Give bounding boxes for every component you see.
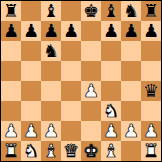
piece-black-pawn[interactable]: ♟ (143, 21, 159, 41)
piece-white-pawn[interactable]: ♟ (3, 121, 19, 141)
square-b1[interactable]: ♞ (21, 141, 41, 161)
square-d5[interactable] (61, 61, 81, 81)
square-c1[interactable]: ♝ (41, 141, 61, 161)
square-f6[interactable] (101, 41, 121, 61)
piece-black-knight[interactable]: ♞ (43, 41, 59, 61)
square-e4[interactable]: ♟ (81, 81, 101, 101)
square-d7[interactable]: ♟ (61, 21, 81, 41)
piece-black-king[interactable]: ♚ (83, 1, 99, 21)
square-h6[interactable] (141, 41, 161, 61)
piece-white-pawn[interactable]: ♟ (103, 121, 119, 141)
square-b7[interactable]: ♟ (21, 21, 41, 41)
piece-black-queen[interactable]: ♛ (143, 81, 159, 101)
square-e5[interactable] (81, 61, 101, 81)
square-e3[interactable] (81, 101, 101, 121)
square-g3[interactable] (121, 101, 141, 121)
square-c7[interactable]: ♟ (41, 21, 61, 41)
square-a4[interactable] (1, 81, 21, 101)
square-a2[interactable]: ♟ (1, 121, 21, 141)
square-f7[interactable]: ♟ (101, 21, 121, 41)
square-a5[interactable] (1, 61, 21, 81)
piece-white-pawn[interactable]: ♟ (43, 121, 59, 141)
square-h1[interactable]: ♜ (141, 141, 161, 161)
square-h2[interactable]: ♟ (141, 121, 161, 141)
square-g6[interactable] (121, 41, 141, 61)
square-c3[interactable] (41, 101, 61, 121)
square-d6[interactable] (61, 41, 81, 61)
square-f8[interactable]: ♝ (101, 1, 121, 21)
square-g4[interactable] (121, 81, 141, 101)
piece-black-pawn[interactable]: ♟ (63, 21, 79, 41)
square-f5[interactable] (101, 61, 121, 81)
square-a8[interactable]: ♜ (1, 1, 21, 21)
piece-white-pawn[interactable]: ♟ (123, 121, 139, 141)
piece-white-king[interactable]: ♚ (83, 141, 99, 161)
square-b3[interactable] (21, 101, 41, 121)
square-b5[interactable] (21, 61, 41, 81)
square-a3[interactable] (1, 101, 21, 121)
piece-white-knight[interactable]: ♞ (103, 101, 119, 121)
square-e2[interactable] (81, 121, 101, 141)
square-a1[interactable]: ♜ (1, 141, 21, 161)
square-g2[interactable]: ♟ (121, 121, 141, 141)
piece-black-pawn[interactable]: ♟ (43, 21, 59, 41)
piece-white-rook[interactable]: ♜ (3, 141, 19, 161)
square-d3[interactable] (61, 101, 81, 121)
piece-white-rook[interactable]: ♜ (143, 141, 159, 161)
piece-white-knight[interactable]: ♞ (23, 141, 39, 161)
square-g7[interactable]: ♟ (121, 21, 141, 41)
piece-black-pawn[interactable]: ♟ (103, 21, 119, 41)
square-b6[interactable] (21, 41, 41, 61)
piece-black-pawn[interactable]: ♟ (23, 21, 39, 41)
square-d1[interactable]: ♛ (61, 141, 81, 161)
square-c2[interactable]: ♟ (41, 121, 61, 141)
square-f4[interactable] (101, 81, 121, 101)
piece-black-pawn[interactable]: ♟ (123, 21, 139, 41)
square-h5[interactable] (141, 61, 161, 81)
square-e6[interactable] (81, 41, 101, 61)
piece-black-bishop[interactable]: ♝ (43, 1, 59, 21)
square-h4[interactable]: ♛ (141, 81, 161, 101)
piece-white-bishop[interactable]: ♝ (43, 141, 59, 161)
square-d2[interactable] (61, 121, 81, 141)
square-f2[interactable]: ♟ (101, 121, 121, 141)
piece-white-pawn[interactable]: ♟ (23, 121, 39, 141)
square-g1[interactable] (121, 141, 141, 161)
piece-black-bishop[interactable]: ♝ (103, 1, 119, 21)
square-g8[interactable]: ♞ (121, 1, 141, 21)
square-d8[interactable] (61, 1, 81, 21)
square-h7[interactable]: ♟ (141, 21, 161, 41)
square-a7[interactable]: ♟ (1, 21, 21, 41)
square-c6[interactable]: ♞ (41, 41, 61, 61)
piece-black-pawn[interactable]: ♟ (3, 21, 19, 41)
square-h3[interactable] (141, 101, 161, 121)
square-d4[interactable] (61, 81, 81, 101)
piece-white-pawn[interactable]: ♟ (143, 121, 159, 141)
square-c5[interactable] (41, 61, 61, 81)
square-b8[interactable] (21, 1, 41, 21)
square-f3[interactable]: ♞ (101, 101, 121, 121)
square-e8[interactable]: ♚ (81, 1, 101, 21)
square-b2[interactable]: ♟ (21, 121, 41, 141)
piece-white-bishop[interactable]: ♝ (103, 141, 119, 161)
square-h8[interactable]: ♜ (141, 1, 161, 21)
piece-black-knight[interactable]: ♞ (123, 1, 139, 21)
piece-white-queen[interactable]: ♛ (63, 141, 79, 161)
piece-white-pawn[interactable]: ♟ (83, 81, 99, 101)
piece-black-rook[interactable]: ♜ (3, 1, 19, 21)
piece-black-rook[interactable]: ♜ (143, 1, 159, 21)
square-a6[interactable] (1, 41, 21, 61)
square-c4[interactable] (41, 81, 61, 101)
chess-board: ♜♝♚♝♞♜♟♟♟♟♟♟♟♞♟♛♞♟♟♟♟♟♟♜♞♝♛♚♝♜ (0, 0, 162, 162)
square-e7[interactable] (81, 21, 101, 41)
square-b4[interactable] (21, 81, 41, 101)
square-c8[interactable]: ♝ (41, 1, 61, 21)
square-g5[interactable] (121, 61, 141, 81)
square-f1[interactable]: ♝ (101, 141, 121, 161)
square-e1[interactable]: ♚ (81, 141, 101, 161)
